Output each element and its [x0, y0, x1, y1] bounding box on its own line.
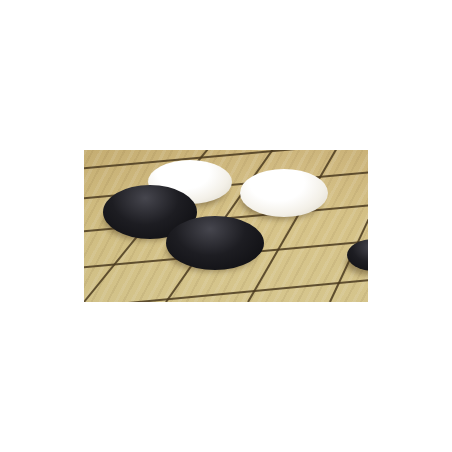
go-board-photo [84, 150, 368, 302]
page-background [0, 0, 452, 452]
black-go-stone-front-center [166, 216, 264, 270]
board-grid-line-horizontal [84, 273, 368, 302]
white-go-stone-back-right [240, 169, 328, 217]
